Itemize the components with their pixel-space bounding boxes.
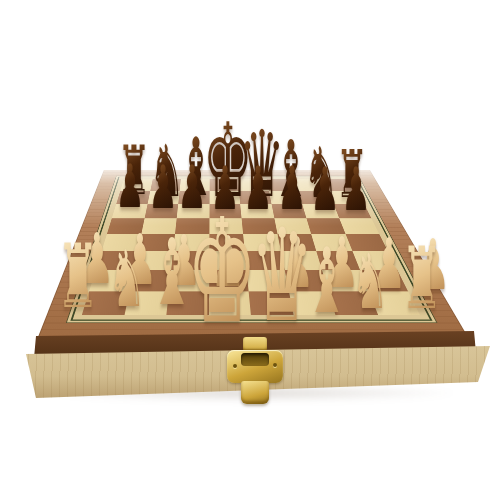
board-square xyxy=(141,218,177,234)
board-pinstripe-border xyxy=(70,177,432,321)
board-square xyxy=(323,179,357,191)
board-square xyxy=(328,191,364,204)
board-square xyxy=(178,191,209,204)
board-square xyxy=(352,251,397,270)
board-square xyxy=(288,291,335,315)
board-square xyxy=(209,179,239,191)
board-square xyxy=(360,270,408,291)
board-square xyxy=(175,218,209,234)
board-square xyxy=(269,191,303,204)
board-square xyxy=(239,191,271,204)
clasp-screw-left xyxy=(233,364,237,368)
board-square xyxy=(280,251,321,270)
board-square xyxy=(240,204,274,218)
board-square xyxy=(247,270,289,291)
board-square xyxy=(96,251,138,270)
board-square xyxy=(274,218,311,234)
board-square xyxy=(339,218,379,234)
board-square xyxy=(173,234,209,251)
board-square xyxy=(133,251,173,270)
clasp-screw-right xyxy=(273,363,277,367)
board-square xyxy=(249,291,294,315)
board-square xyxy=(345,234,388,251)
board-square xyxy=(177,204,210,218)
board-square xyxy=(166,291,208,315)
board-square xyxy=(144,204,178,218)
board-square xyxy=(209,291,251,315)
board-square xyxy=(120,179,152,191)
board-square xyxy=(245,251,285,270)
board-square xyxy=(169,270,209,291)
board-square xyxy=(137,234,175,251)
board-square xyxy=(238,179,269,191)
board-square xyxy=(209,251,247,270)
chess-set-photo: ♜♞♝♚♛♝♞♜♟♟♟♟♟♟♟♟♟♟♟♟♟♟♟♟♜♞♝♚♛♝♞♜ xyxy=(0,0,500,500)
board-grid xyxy=(82,179,420,315)
board-square xyxy=(368,291,420,315)
board-square xyxy=(112,204,147,218)
board-square xyxy=(271,204,306,218)
board-square xyxy=(209,204,241,218)
clasp-hasp xyxy=(241,381,269,404)
board-square xyxy=(124,291,169,315)
board-square xyxy=(277,234,316,251)
board-square xyxy=(116,191,150,204)
board-square xyxy=(82,291,129,315)
clasp-catch xyxy=(243,337,267,351)
board-square xyxy=(89,270,133,291)
board-square xyxy=(209,270,249,291)
chess-board xyxy=(38,170,468,337)
board-square xyxy=(180,179,210,191)
board-square xyxy=(147,191,179,204)
board-square xyxy=(150,179,181,191)
board-square xyxy=(243,234,280,251)
board-square xyxy=(242,218,278,234)
board-square xyxy=(209,191,240,204)
board-square xyxy=(266,179,298,191)
board-square xyxy=(107,218,144,234)
board-square xyxy=(284,270,328,291)
board-square xyxy=(333,204,371,218)
board-square xyxy=(171,251,209,270)
clasp-slot xyxy=(241,353,269,366)
board-square xyxy=(209,234,245,251)
board-square xyxy=(129,270,171,291)
board-square xyxy=(102,234,141,251)
board-square xyxy=(209,218,243,234)
